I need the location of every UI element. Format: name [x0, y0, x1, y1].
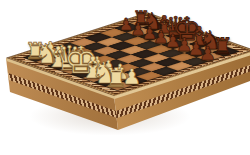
- chess-set-photo: ♜♞♝♛♚♝♞♜♟♟♟♟♟♟♟♟♟♟♟♟♟♟♟♟♜♞♝♛♚♝♞♜: [0, 0, 250, 155]
- piece-black-pawn[interactable]: ♟: [199, 44, 216, 63]
- piece-white-rook[interactable]: ♜: [105, 65, 129, 92]
